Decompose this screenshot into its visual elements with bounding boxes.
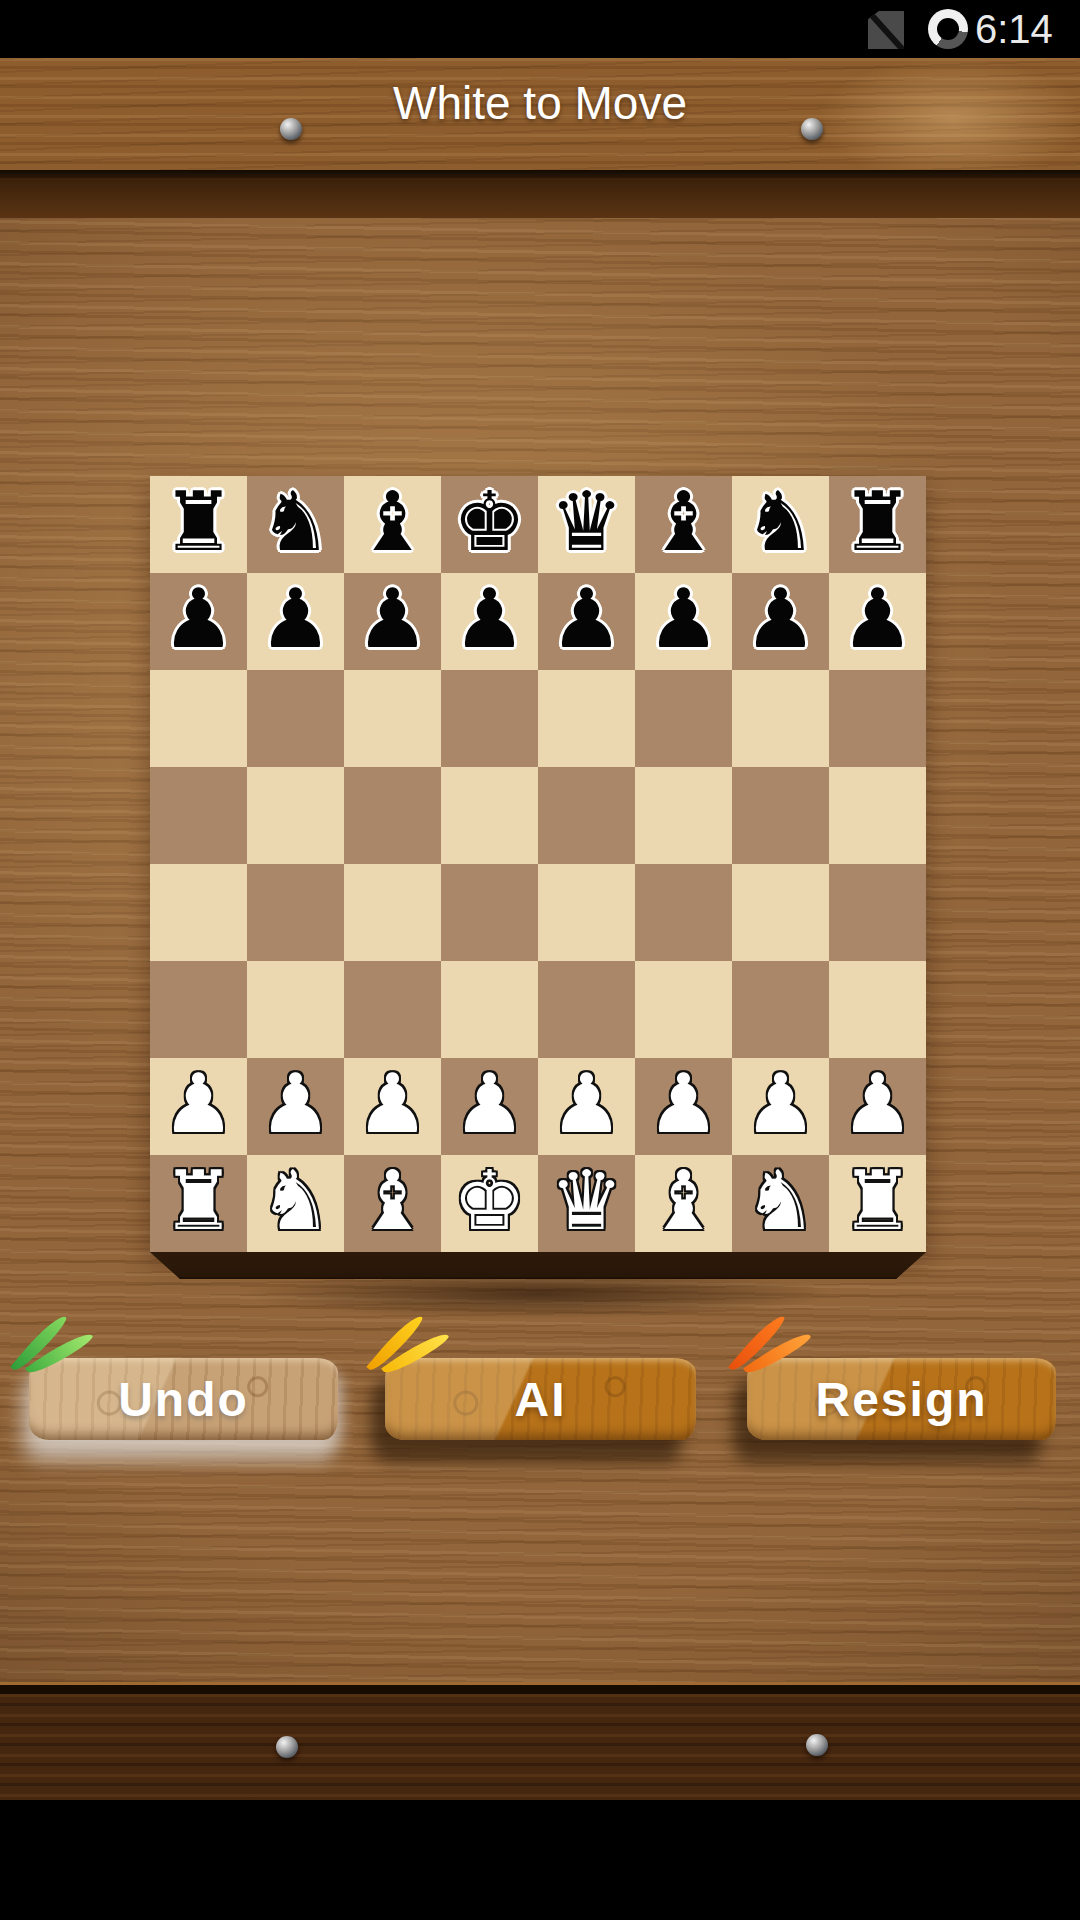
square-e3[interactable] (538, 961, 635, 1058)
square-h5[interactable] (829, 767, 926, 864)
footer-plank (0, 1694, 1080, 1800)
square-e8[interactable]: ♛ (538, 476, 635, 573)
undo-button[interactable]: Undo (29, 1358, 338, 1440)
no-sim-icon (868, 11, 904, 49)
square-f4[interactable] (635, 864, 732, 961)
square-b5[interactable] (247, 767, 344, 864)
square-f5[interactable] (635, 767, 732, 864)
piece-black-king: ♚ (441, 476, 538, 573)
piece-white-bishop: ♝ (344, 1155, 441, 1252)
square-a5[interactable] (150, 767, 247, 864)
piece-black-rook: ♜ (829, 476, 926, 573)
board-edge (150, 1252, 926, 1279)
wood-seam-bottom (0, 1682, 1080, 1694)
square-g4[interactable] (732, 864, 829, 961)
square-a1[interactable]: ♜ (150, 1155, 247, 1252)
square-a3[interactable] (150, 961, 247, 1058)
piece-white-pawn: ♟ (538, 1058, 635, 1155)
square-h1[interactable]: ♜ (829, 1155, 926, 1252)
piece-white-queen: ♛ (538, 1155, 635, 1252)
piece-black-bishop: ♝ (344, 476, 441, 573)
piece-black-pawn: ♟ (150, 573, 247, 670)
square-a2[interactable]: ♟ (150, 1058, 247, 1155)
piece-white-pawn: ♟ (732, 1058, 829, 1155)
square-h7[interactable]: ♟ (829, 573, 926, 670)
piece-white-king: ♚ (441, 1155, 538, 1252)
piece-black-pawn: ♟ (344, 573, 441, 670)
nail-bottom-left (276, 1736, 298, 1758)
square-e2[interactable]: ♟ (538, 1058, 635, 1155)
square-h8[interactable]: ♜ (829, 476, 926, 573)
square-b1[interactable]: ♞ (247, 1155, 344, 1252)
square-c5[interactable] (344, 767, 441, 864)
square-d4[interactable] (441, 864, 538, 961)
data-circle-icon (928, 9, 968, 49)
square-e6[interactable] (538, 670, 635, 767)
piece-white-pawn: ♟ (150, 1058, 247, 1155)
square-g8[interactable]: ♞ (732, 476, 829, 573)
square-c3[interactable] (344, 961, 441, 1058)
square-a6[interactable] (150, 670, 247, 767)
status-bar: 6:14 (0, 0, 1080, 58)
piece-white-knight: ♞ (247, 1155, 344, 1252)
nail-top-right (801, 118, 823, 140)
piece-black-pawn: ♟ (829, 573, 926, 670)
page-title: White to Move (0, 76, 1080, 130)
nail-top-left (280, 118, 302, 140)
piece-black-knight: ♞ (732, 476, 829, 573)
slash-icon (866, 10, 905, 53)
piece-black-pawn: ♟ (538, 573, 635, 670)
square-h4[interactable] (829, 864, 926, 961)
square-e7[interactable]: ♟ (538, 573, 635, 670)
square-f3[interactable] (635, 961, 732, 1058)
piece-black-pawn: ♟ (247, 573, 344, 670)
square-h6[interactable] (829, 670, 926, 767)
square-g7[interactable]: ♟ (732, 573, 829, 670)
square-c7[interactable]: ♟ (344, 573, 441, 670)
square-d2[interactable]: ♟ (441, 1058, 538, 1155)
square-a7[interactable]: ♟ (150, 573, 247, 670)
square-c6[interactable] (344, 670, 441, 767)
square-a4[interactable] (150, 864, 247, 961)
piece-white-knight: ♞ (732, 1155, 829, 1252)
piece-white-rook: ♜ (829, 1155, 926, 1252)
square-b8[interactable]: ♞ (247, 476, 344, 573)
square-c8[interactable]: ♝ (344, 476, 441, 573)
square-f6[interactable] (635, 670, 732, 767)
square-f1[interactable]: ♝ (635, 1155, 732, 1252)
navigation-bar (0, 1800, 1080, 1920)
square-f7[interactable]: ♟ (635, 573, 732, 670)
ai-button-label: AI (515, 1372, 567, 1427)
piece-black-pawn: ♟ (441, 573, 538, 670)
square-e1[interactable]: ♛ (538, 1155, 635, 1252)
square-b6[interactable] (247, 670, 344, 767)
square-b7[interactable]: ♟ (247, 573, 344, 670)
piece-black-knight: ♞ (247, 476, 344, 573)
piece-black-bishop: ♝ (635, 476, 732, 573)
piece-black-pawn: ♟ (635, 573, 732, 670)
square-e5[interactable] (538, 767, 635, 864)
wood-band-dark (0, 178, 1080, 218)
piece-black-rook: ♜ (150, 476, 247, 573)
square-b3[interactable] (247, 961, 344, 1058)
piece-white-pawn: ♟ (441, 1058, 538, 1155)
square-g5[interactable] (732, 767, 829, 864)
piece-black-queen: ♛ (538, 476, 635, 573)
piece-white-pawn: ♟ (829, 1058, 926, 1155)
square-d8[interactable]: ♚ (441, 476, 538, 573)
square-g6[interactable] (732, 670, 829, 767)
piece-white-rook: ♜ (150, 1155, 247, 1252)
piece-white-pawn: ♟ (635, 1058, 732, 1155)
nail-bottom-right (806, 1734, 828, 1756)
square-h3[interactable] (829, 961, 926, 1058)
square-d1[interactable]: ♚ (441, 1155, 538, 1252)
piece-white-pawn: ♟ (247, 1058, 344, 1155)
piece-white-bishop: ♝ (635, 1155, 732, 1252)
square-c2[interactable]: ♟ (344, 1058, 441, 1155)
piece-black-pawn: ♟ (732, 573, 829, 670)
square-c1[interactable]: ♝ (344, 1155, 441, 1252)
square-g1[interactable]: ♞ (732, 1155, 829, 1252)
square-f8[interactable]: ♝ (635, 476, 732, 573)
square-a8[interactable]: ♜ (150, 476, 247, 573)
square-f2[interactable]: ♟ (635, 1058, 732, 1155)
piece-white-pawn: ♟ (344, 1058, 441, 1155)
square-b2[interactable]: ♟ (247, 1058, 344, 1155)
square-g2[interactable]: ♟ (732, 1058, 829, 1155)
square-c4[interactable] (344, 864, 441, 961)
square-d7[interactable]: ♟ (441, 573, 538, 670)
square-d6[interactable] (441, 670, 538, 767)
wood-seam-top (0, 170, 1080, 178)
square-g3[interactable] (732, 961, 829, 1058)
chess-board: ♜♞♝♚♛♝♞♜♟♟♟♟♟♟♟♟♟♟♟♟♟♟♟♟♜♞♝♚♛♝♞♜ (150, 476, 926, 1252)
undo-button-label: Undo (118, 1372, 249, 1427)
resign-button-label: Resign (815, 1372, 987, 1427)
status-clock: 6:14 (975, 6, 1075, 52)
square-h2[interactable]: ♟ (829, 1058, 926, 1155)
square-b4[interactable] (247, 864, 344, 961)
ai-button[interactable]: AI (385, 1358, 696, 1440)
square-d5[interactable] (441, 767, 538, 864)
resign-button[interactable]: Resign (747, 1358, 1056, 1440)
square-d3[interactable] (441, 961, 538, 1058)
square-e4[interactable] (538, 864, 635, 961)
